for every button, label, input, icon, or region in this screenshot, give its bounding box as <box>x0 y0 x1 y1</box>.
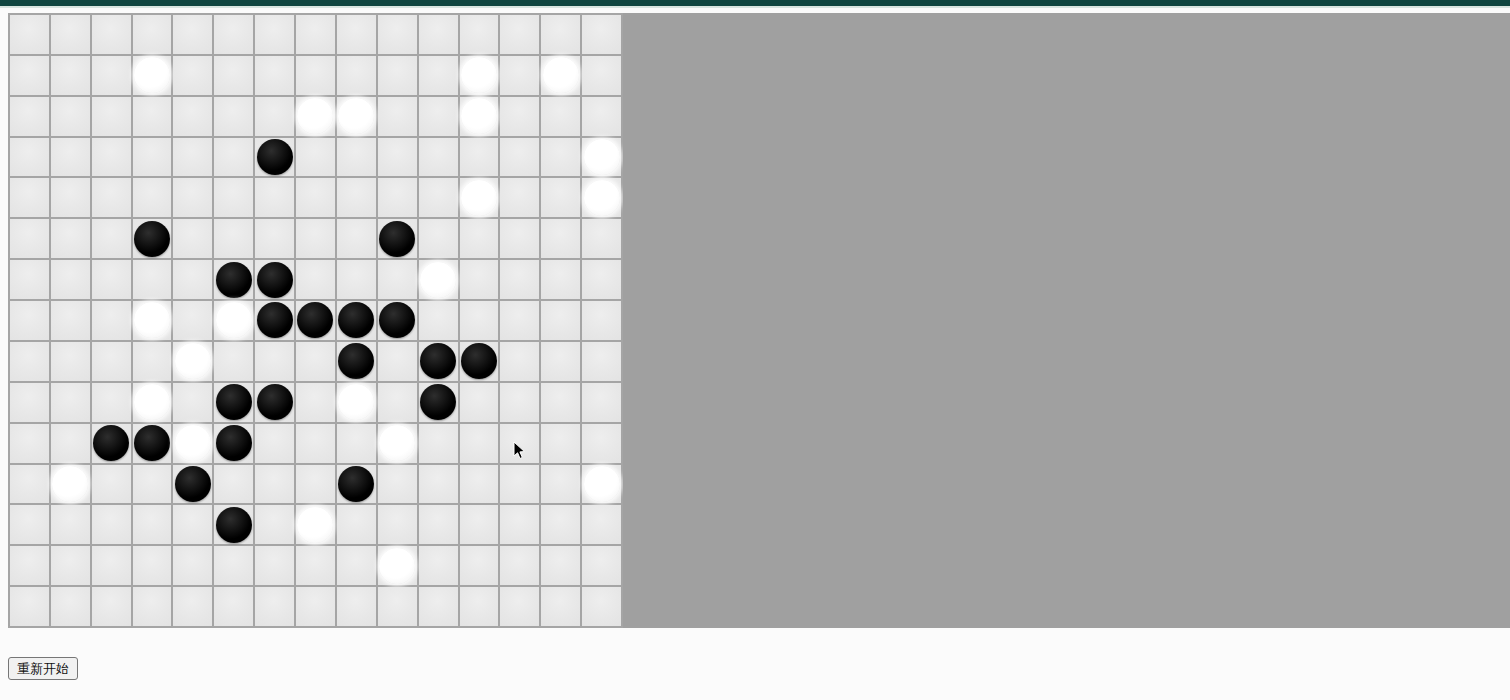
board-cell[interactable] <box>378 15 417 54</box>
board-cell[interactable] <box>92 301 131 340</box>
board-cell[interactable] <box>419 138 458 177</box>
board-cell[interactable] <box>92 383 131 422</box>
board-cell[interactable] <box>419 260 458 299</box>
board-cell[interactable] <box>133 97 172 136</box>
board-cell[interactable] <box>51 178 90 217</box>
board-cell[interactable] <box>10 301 49 340</box>
board-cell[interactable] <box>51 15 90 54</box>
white-stone <box>461 57 497 93</box>
board-cell[interactable] <box>337 424 376 463</box>
board-cell[interactable] <box>255 178 294 217</box>
board-cell[interactable] <box>133 546 172 585</box>
board-cell[interactable] <box>337 15 376 54</box>
board-cell[interactable] <box>582 383 621 422</box>
board-cell[interactable] <box>500 465 539 504</box>
board-cell[interactable] <box>541 178 580 217</box>
board-cell[interactable] <box>173 15 212 54</box>
board-cell[interactable] <box>582 424 621 463</box>
board-cell[interactable] <box>296 587 335 626</box>
board-cell[interactable] <box>378 587 417 626</box>
board-cell[interactable] <box>255 342 294 381</box>
board-cell[interactable] <box>460 424 499 463</box>
board-cell[interactable] <box>541 424 580 463</box>
board-cell[interactable] <box>500 301 539 340</box>
board-cell[interactable] <box>173 56 212 95</box>
black-stone <box>216 384 252 420</box>
board-cell[interactable] <box>255 424 294 463</box>
white-stone <box>134 57 170 93</box>
board-cell[interactable] <box>133 178 172 217</box>
board-cell[interactable] <box>419 424 458 463</box>
board-cell[interactable] <box>296 465 335 504</box>
board-cell[interactable] <box>10 383 49 422</box>
white-stone <box>543 57 579 93</box>
board-cell[interactable] <box>500 260 539 299</box>
board-cell[interactable] <box>296 424 335 463</box>
board-cell[interactable] <box>173 465 212 504</box>
board-cell[interactable] <box>582 546 621 585</box>
board-cell[interactable] <box>460 342 499 381</box>
board-cell[interactable] <box>582 301 621 340</box>
board-cell[interactable] <box>173 424 212 463</box>
board-cell[interactable] <box>541 383 580 422</box>
board-cell[interactable] <box>500 97 539 136</box>
board-cell[interactable] <box>214 465 253 504</box>
board-cell[interactable] <box>500 546 539 585</box>
black-stone <box>175 466 211 502</box>
board-cell[interactable] <box>460 138 499 177</box>
board-cell[interactable] <box>541 56 580 95</box>
board-cell[interactable] <box>255 546 294 585</box>
board-cell[interactable] <box>378 138 417 177</box>
board-cell[interactable] <box>133 505 172 544</box>
board-cell[interactable] <box>500 424 539 463</box>
board-cell[interactable] <box>133 219 172 258</box>
board-cell[interactable] <box>337 301 376 340</box>
black-stone <box>338 302 374 338</box>
board-cell[interactable] <box>337 342 376 381</box>
board-cell[interactable] <box>255 301 294 340</box>
board-cell[interactable] <box>296 138 335 177</box>
black-stone <box>257 139 293 175</box>
board-cell[interactable] <box>51 219 90 258</box>
board-cell[interactable] <box>541 219 580 258</box>
white-stone <box>216 302 252 338</box>
board-cell[interactable] <box>337 465 376 504</box>
board-cell[interactable] <box>133 587 172 626</box>
board-cell[interactable] <box>500 178 539 217</box>
board-cell[interactable] <box>173 97 212 136</box>
board-cell[interactable] <box>419 301 458 340</box>
board-cell[interactable] <box>173 301 212 340</box>
board-cell[interactable] <box>214 587 253 626</box>
board-cell[interactable] <box>296 342 335 381</box>
board-cell[interactable] <box>337 97 376 136</box>
board-cell[interactable] <box>582 138 621 177</box>
board-cell[interactable] <box>419 587 458 626</box>
board-cell[interactable] <box>92 97 131 136</box>
board-cell[interactable] <box>133 301 172 340</box>
board-cell[interactable] <box>173 546 212 585</box>
board-cell[interactable] <box>419 178 458 217</box>
board-cell[interactable] <box>419 15 458 54</box>
board-cell[interactable] <box>541 505 580 544</box>
board-cell[interactable] <box>92 587 131 626</box>
board-cell[interactable] <box>296 546 335 585</box>
board-cell[interactable] <box>419 505 458 544</box>
board-cell[interactable] <box>51 505 90 544</box>
board-cell[interactable] <box>460 178 499 217</box>
board-cell[interactable] <box>214 546 253 585</box>
board-cell[interactable] <box>460 56 499 95</box>
board-cell[interactable] <box>51 260 90 299</box>
board-cell[interactable] <box>582 15 621 54</box>
board-cell[interactable] <box>541 138 580 177</box>
board-cell[interactable] <box>214 383 253 422</box>
board-cell[interactable] <box>173 260 212 299</box>
black-stone <box>216 262 252 298</box>
bottom-area <box>0 628 1510 700</box>
board-cell[interactable] <box>337 56 376 95</box>
board-cell[interactable] <box>51 587 90 626</box>
board-cell[interactable] <box>337 260 376 299</box>
game-board <box>8 13 623 628</box>
board-cell[interactable] <box>133 383 172 422</box>
board-cell[interactable] <box>255 15 294 54</box>
board-cell[interactable] <box>173 505 212 544</box>
board-cell[interactable] <box>296 260 335 299</box>
white-stone <box>175 343 211 379</box>
white-stone <box>134 384 170 420</box>
board-cell[interactable] <box>214 301 253 340</box>
board-cell[interactable] <box>337 219 376 258</box>
white-stone <box>175 425 211 461</box>
board-cell[interactable] <box>214 56 253 95</box>
black-stone <box>257 302 293 338</box>
board-cell[interactable] <box>51 97 90 136</box>
board-cell[interactable] <box>582 505 621 544</box>
board-cell[interactable] <box>10 138 49 177</box>
black-stone <box>257 262 293 298</box>
board-cell[interactable] <box>92 342 131 381</box>
board-cell[interactable] <box>255 219 294 258</box>
board-cell[interactable] <box>10 219 49 258</box>
black-stone <box>461 343 497 379</box>
board-cell[interactable] <box>460 15 499 54</box>
board-cell[interactable] <box>10 15 49 54</box>
board-cell[interactable] <box>296 505 335 544</box>
board-cell[interactable] <box>214 15 253 54</box>
white-stone <box>297 507 333 543</box>
board-cell[interactable] <box>419 97 458 136</box>
board-cell[interactable] <box>582 342 621 381</box>
board-cell[interactable] <box>255 587 294 626</box>
board-cell[interactable] <box>378 97 417 136</box>
black-stone <box>297 302 333 338</box>
board-cell[interactable] <box>460 97 499 136</box>
board-cell[interactable] <box>51 138 90 177</box>
board-cell[interactable] <box>214 178 253 217</box>
board-cell[interactable] <box>460 587 499 626</box>
board-cell[interactable] <box>214 138 253 177</box>
board-cell[interactable] <box>378 342 417 381</box>
board-cell[interactable] <box>541 301 580 340</box>
board-cell[interactable] <box>92 138 131 177</box>
black-stone <box>420 343 456 379</box>
board-cell[interactable] <box>337 546 376 585</box>
board-cell[interactable] <box>337 138 376 177</box>
board-cell[interactable] <box>255 97 294 136</box>
board-cell[interactable] <box>582 56 621 95</box>
board-cell[interactable] <box>378 505 417 544</box>
white-stone <box>461 98 497 134</box>
board-cell[interactable] <box>133 465 172 504</box>
board-cell[interactable] <box>296 56 335 95</box>
white-stone <box>461 180 497 216</box>
board-cell[interactable] <box>378 465 417 504</box>
board-cell[interactable] <box>500 219 539 258</box>
black-stone <box>420 384 456 420</box>
board-cell[interactable] <box>173 178 212 217</box>
board-cell[interactable] <box>582 260 621 299</box>
board-cell[interactable] <box>51 424 90 463</box>
black-stone <box>379 221 415 257</box>
board-cell[interactable] <box>419 342 458 381</box>
board-cell[interactable] <box>541 465 580 504</box>
board-cell[interactable] <box>214 97 253 136</box>
board-cell[interactable] <box>541 546 580 585</box>
white-stone <box>584 139 620 175</box>
white-stone <box>379 548 415 584</box>
board-cell[interactable] <box>337 587 376 626</box>
board-cell[interactable] <box>378 260 417 299</box>
board-cell[interactable] <box>378 383 417 422</box>
board-cell[interactable] <box>582 587 621 626</box>
black-stone <box>338 466 374 502</box>
board-cell[interactable] <box>255 505 294 544</box>
board-cell[interactable] <box>378 178 417 217</box>
black-stone <box>93 425 129 461</box>
white-stone <box>134 302 170 338</box>
board-cell[interactable] <box>337 505 376 544</box>
board-cell[interactable] <box>582 219 621 258</box>
board-cell[interactable] <box>541 587 580 626</box>
board-cell[interactable] <box>92 546 131 585</box>
restart-button[interactable]: 重新开始 <box>8 657 78 680</box>
board-cell[interactable] <box>92 219 131 258</box>
board-cell[interactable] <box>541 97 580 136</box>
board-cell[interactable] <box>51 465 90 504</box>
board-cell[interactable] <box>460 505 499 544</box>
board-cell[interactable] <box>173 383 212 422</box>
black-stone <box>134 221 170 257</box>
board-cell[interactable] <box>419 546 458 585</box>
board-cell[interactable] <box>500 342 539 381</box>
board-cell[interactable] <box>296 219 335 258</box>
board-cell[interactable] <box>173 587 212 626</box>
board-cell[interactable] <box>378 219 417 258</box>
board-cell[interactable] <box>460 219 499 258</box>
board-cell[interactable] <box>133 424 172 463</box>
board-cell[interactable] <box>460 546 499 585</box>
board-cell[interactable] <box>10 342 49 381</box>
board-cell[interactable] <box>92 260 131 299</box>
board-cell[interactable] <box>10 260 49 299</box>
board-cell[interactable] <box>92 15 131 54</box>
board-cell[interactable] <box>582 465 621 504</box>
board-cell[interactable] <box>460 383 499 422</box>
board-cell[interactable] <box>10 505 49 544</box>
board-cell[interactable] <box>214 219 253 258</box>
white-stone <box>52 466 88 502</box>
board-cell[interactable] <box>419 465 458 504</box>
board-cell[interactable] <box>133 138 172 177</box>
board-cell[interactable] <box>296 383 335 422</box>
board-cell[interactable] <box>255 56 294 95</box>
board-cell[interactable] <box>337 178 376 217</box>
white-stone <box>584 180 620 216</box>
black-stone <box>134 425 170 461</box>
board-cell[interactable] <box>133 260 172 299</box>
board-cell[interactable] <box>337 383 376 422</box>
board-cell[interactable] <box>10 465 49 504</box>
board-cell[interactable] <box>214 260 253 299</box>
black-stone <box>216 425 252 461</box>
board-cell[interactable] <box>419 219 458 258</box>
board-cell[interactable] <box>214 424 253 463</box>
board-cell[interactable] <box>378 424 417 463</box>
board-cell[interactable] <box>92 424 131 463</box>
board-cell[interactable] <box>541 15 580 54</box>
black-stone <box>338 343 374 379</box>
board-cell[interactable] <box>582 97 621 136</box>
board-cell[interactable] <box>296 301 335 340</box>
white-stone <box>379 425 415 461</box>
board-cell[interactable] <box>10 587 49 626</box>
board-cell[interactable] <box>419 383 458 422</box>
board-cell[interactable] <box>500 15 539 54</box>
board-cell[interactable] <box>92 178 131 217</box>
board-cell[interactable] <box>500 505 539 544</box>
white-stone <box>338 98 374 134</box>
board-cell[interactable] <box>214 342 253 381</box>
board-cell[interactable] <box>255 260 294 299</box>
board-cell[interactable] <box>51 546 90 585</box>
board-cell[interactable] <box>51 342 90 381</box>
board-cell[interactable] <box>173 219 212 258</box>
board-cell[interactable] <box>92 505 131 544</box>
board-cell[interactable] <box>541 342 580 381</box>
board-cell[interactable] <box>500 587 539 626</box>
black-stone <box>257 384 293 420</box>
white-stone <box>297 98 333 134</box>
board-cell[interactable] <box>500 383 539 422</box>
white-stone <box>420 262 456 298</box>
board-cell[interactable] <box>10 546 49 585</box>
board-cell[interactable] <box>378 56 417 95</box>
board-cell[interactable] <box>173 342 212 381</box>
board-cell[interactable] <box>255 138 294 177</box>
board-cell[interactable] <box>133 56 172 95</box>
board-cell[interactable] <box>296 178 335 217</box>
board-cell[interactable] <box>500 138 539 177</box>
board-cell[interactable] <box>460 301 499 340</box>
board-cell[interactable] <box>10 97 49 136</box>
board-cell[interactable] <box>51 383 90 422</box>
black-stone <box>216 507 252 543</box>
board-cell[interactable] <box>500 56 539 95</box>
white-stone <box>338 384 374 420</box>
board-cell[interactable] <box>255 383 294 422</box>
board-cell[interactable] <box>133 15 172 54</box>
board-cell[interactable] <box>10 178 49 217</box>
top-accent-bar <box>0 0 1510 8</box>
board-cell[interactable] <box>51 56 90 95</box>
board-cell[interactable] <box>92 56 131 95</box>
board-cell[interactable] <box>173 138 212 177</box>
white-stone <box>584 466 620 502</box>
board-cell[interactable] <box>10 424 49 463</box>
board-cell[interactable] <box>51 301 90 340</box>
board-cell[interactable] <box>296 97 335 136</box>
side-panel <box>623 13 1510 628</box>
board-cell[interactable] <box>296 15 335 54</box>
board-cell[interactable] <box>255 465 294 504</box>
board-cell[interactable] <box>541 260 580 299</box>
black-stone <box>379 302 415 338</box>
board-cell[interactable] <box>378 546 417 585</box>
board-cell[interactable] <box>214 505 253 544</box>
board-cell[interactable] <box>378 301 417 340</box>
board-cell[interactable] <box>419 56 458 95</box>
board-cell[interactable] <box>92 465 131 504</box>
board-cell[interactable] <box>460 465 499 504</box>
board-cell[interactable] <box>133 342 172 381</box>
board-cell[interactable] <box>582 178 621 217</box>
board-cell[interactable] <box>460 260 499 299</box>
board-cell[interactable] <box>10 56 49 95</box>
